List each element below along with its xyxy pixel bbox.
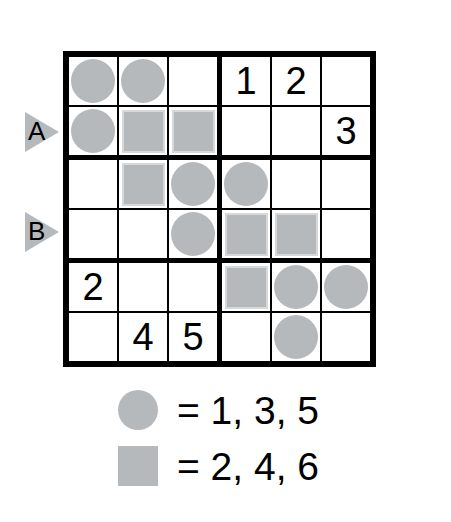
cell-r6c3[interactable]: 5 bbox=[169, 313, 217, 361]
row-marker-b: B bbox=[25, 212, 59, 252]
cell-r2c3[interactable] bbox=[169, 107, 217, 155]
cell-r4c6[interactable] bbox=[322, 210, 370, 258]
cell-r1c5[interactable]: 2 bbox=[272, 57, 320, 105]
circle-mark bbox=[324, 265, 368, 309]
cell-r4c5[interactable] bbox=[272, 210, 320, 258]
cell-r1c4[interactable]: 1 bbox=[222, 57, 270, 105]
legend-circle-text: = 1, 3, 5 bbox=[177, 391, 319, 430]
circle-icon bbox=[118, 390, 158, 430]
circle-mark bbox=[171, 162, 215, 206]
cell-r6c1[interactable] bbox=[69, 313, 117, 361]
cell-r4c3[interactable] bbox=[169, 210, 217, 258]
circle-mark bbox=[71, 59, 115, 103]
cell-r2c5[interactable] bbox=[272, 107, 320, 155]
puzzle-diagram: A B 123245 = 1, 3, 5 = 2, 4, 6 bbox=[0, 0, 451, 522]
square-mark bbox=[225, 266, 268, 309]
cell-r2c2[interactable] bbox=[119, 107, 167, 155]
cell-r4c4[interactable] bbox=[222, 210, 270, 258]
circle-mark bbox=[121, 59, 165, 103]
square-mark bbox=[122, 110, 165, 153]
cell-r4c2[interactable] bbox=[119, 210, 167, 258]
cell-r3c2[interactable] bbox=[119, 160, 167, 208]
square-mark bbox=[122, 163, 165, 206]
cell-r6c5[interactable] bbox=[272, 313, 320, 361]
legend-square-row: = 2, 4, 6 bbox=[118, 442, 319, 490]
cell-r3c4[interactable] bbox=[222, 160, 270, 208]
cell-r5c3[interactable] bbox=[169, 263, 217, 311]
legend-square-text: = 2, 4, 6 bbox=[177, 447, 319, 486]
cell-r1c1[interactable] bbox=[69, 57, 117, 105]
circle-mark bbox=[224, 162, 268, 206]
circle-mark bbox=[274, 265, 318, 309]
row-marker-b-label: B bbox=[28, 218, 45, 244]
square-mark bbox=[275, 213, 318, 256]
given-digit: 2 bbox=[82, 268, 103, 306]
given-digit: 5 bbox=[182, 318, 203, 356]
cell-r4c1[interactable] bbox=[69, 210, 117, 258]
cell-r5c5[interactable] bbox=[272, 263, 320, 311]
row-marker-a: A bbox=[25, 112, 59, 152]
circle-mark bbox=[274, 315, 318, 359]
square-mark bbox=[172, 110, 215, 153]
cell-r5c4[interactable] bbox=[222, 263, 270, 311]
cell-r5c1[interactable]: 2 bbox=[69, 263, 117, 311]
circle-mark bbox=[171, 212, 215, 256]
cell-r6c4[interactable] bbox=[222, 313, 270, 361]
square-mark bbox=[225, 213, 268, 256]
given-digit: 1 bbox=[235, 62, 256, 100]
cell-r2c6[interactable]: 3 bbox=[322, 107, 370, 155]
cell-r1c3[interactable] bbox=[169, 57, 217, 105]
circle-mark bbox=[71, 109, 115, 153]
cell-r6c6[interactable] bbox=[322, 313, 370, 361]
cell-r3c6[interactable] bbox=[322, 160, 370, 208]
row-marker-a-label: A bbox=[28, 118, 45, 144]
cell-r1c6[interactable] bbox=[322, 57, 370, 105]
given-digit: 4 bbox=[132, 318, 153, 356]
cell-r5c6[interactable] bbox=[322, 263, 370, 311]
cell-r3c5[interactable] bbox=[272, 160, 320, 208]
cell-r1c2[interactable] bbox=[119, 57, 167, 105]
given-digit: 3 bbox=[335, 112, 356, 150]
given-digit: 2 bbox=[285, 62, 306, 100]
cell-r2c4[interactable] bbox=[222, 107, 270, 155]
sudoku-board: 123245 bbox=[63, 51, 376, 367]
cell-r2c1[interactable] bbox=[69, 107, 117, 155]
legend-circle-row: = 1, 3, 5 bbox=[118, 386, 319, 434]
square-icon bbox=[118, 446, 158, 486]
cell-r6c2[interactable]: 4 bbox=[119, 313, 167, 361]
cell-r5c2[interactable] bbox=[119, 263, 167, 311]
cell-r3c3[interactable] bbox=[169, 160, 217, 208]
cell-r3c1[interactable] bbox=[69, 160, 117, 208]
